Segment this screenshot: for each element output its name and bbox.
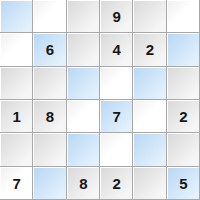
sudoku-cell-r3c1[interactable] <box>0 67 33 100</box>
cell-digit: 9 <box>112 9 120 24</box>
sudoku-cell-r6c5[interactable] <box>133 167 166 200</box>
sudoku-cell-r5c3[interactable] <box>67 133 100 166</box>
cell-digit: 5 <box>179 176 187 191</box>
cell-digit: 6 <box>46 42 54 57</box>
sudoku-cell-r3c3[interactable] <box>67 67 100 100</box>
sudoku-cell-r5c6[interactable] <box>167 133 200 166</box>
sudoku-cell-r3c2[interactable] <box>33 67 66 100</box>
sudoku-cell-r2c4[interactable]: 4 <box>100 33 133 66</box>
sudoku-cell-r5c4[interactable] <box>100 133 133 166</box>
cell-digit: 7 <box>12 176 20 191</box>
sudoku-cell-r6c3[interactable]: 8 <box>67 167 100 200</box>
sudoku-cell-r4c1[interactable]: 1 <box>0 100 33 133</box>
sudoku-cell-r3c5[interactable] <box>133 67 166 100</box>
sudoku-cell-r2c6[interactable] <box>167 33 200 66</box>
sudoku-cell-r2c2[interactable]: 6 <box>33 33 66 66</box>
sudoku-cell-r1c6[interactable] <box>167 0 200 33</box>
cell-digit: 2 <box>112 176 120 191</box>
sudoku-cell-r1c3[interactable] <box>67 0 100 33</box>
sudoku-cell-r6c6[interactable]: 5 <box>167 167 200 200</box>
sudoku-cell-r4c3[interactable] <box>67 100 100 133</box>
cell-digit: 8 <box>46 109 54 124</box>
sudoku-cell-r1c1[interactable] <box>0 0 33 33</box>
sudoku-cell-r6c4[interactable]: 2 <box>100 167 133 200</box>
sudoku-cell-r3c4[interactable] <box>100 67 133 100</box>
cell-digit: 4 <box>112 42 120 57</box>
sudoku-cell-r4c2[interactable]: 8 <box>33 100 66 133</box>
sudoku-cell-r3c6[interactable] <box>167 67 200 100</box>
sudoku-cell-r4c6[interactable]: 2 <box>167 100 200 133</box>
sudoku-cell-r2c3[interactable] <box>67 33 100 66</box>
sudoku-cell-r6c1[interactable]: 7 <box>0 167 33 200</box>
sudoku-cell-r5c5[interactable] <box>133 133 166 166</box>
sudoku-cell-r2c1[interactable] <box>0 33 33 66</box>
sudoku-cell-r6c2[interactable] <box>33 167 66 200</box>
sudoku-cell-r1c4[interactable]: 9 <box>100 0 133 33</box>
sudoku-cell-r2c5[interactable]: 2 <box>133 33 166 66</box>
cell-digit: 1 <box>12 109 20 124</box>
sudoku-cell-r4c4[interactable]: 7 <box>100 100 133 133</box>
sudoku-cell-r5c1[interactable] <box>0 133 33 166</box>
cell-digit: 7 <box>112 109 120 124</box>
cell-digit: 8 <box>79 176 87 191</box>
sudoku-cell-r5c2[interactable] <box>33 133 66 166</box>
sudoku-cell-r1c2[interactable] <box>33 0 66 33</box>
cell-digit: 2 <box>179 109 187 124</box>
cell-digit: 2 <box>146 42 154 57</box>
sudoku-cell-r4c5[interactable] <box>133 100 166 133</box>
sudoku-board: 964218727825 <box>0 0 200 200</box>
sudoku-cell-r1c5[interactable] <box>133 0 166 33</box>
